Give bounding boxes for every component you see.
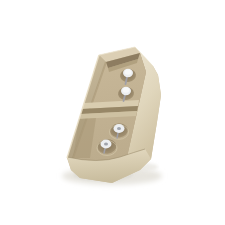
screw-3-drive-recess — [117, 127, 121, 130]
screw-4-drive-recess — [104, 142, 108, 145]
screw-3-stem — [117, 133, 118, 138]
corner-bracket-image — [0, 0, 225, 225]
product-photo — [0, 0, 225, 225]
screw-2-head-highlight — [123, 87, 130, 92]
screw-1-head-highlight — [125, 69, 132, 74]
screw-4-stem — [104, 149, 105, 154]
